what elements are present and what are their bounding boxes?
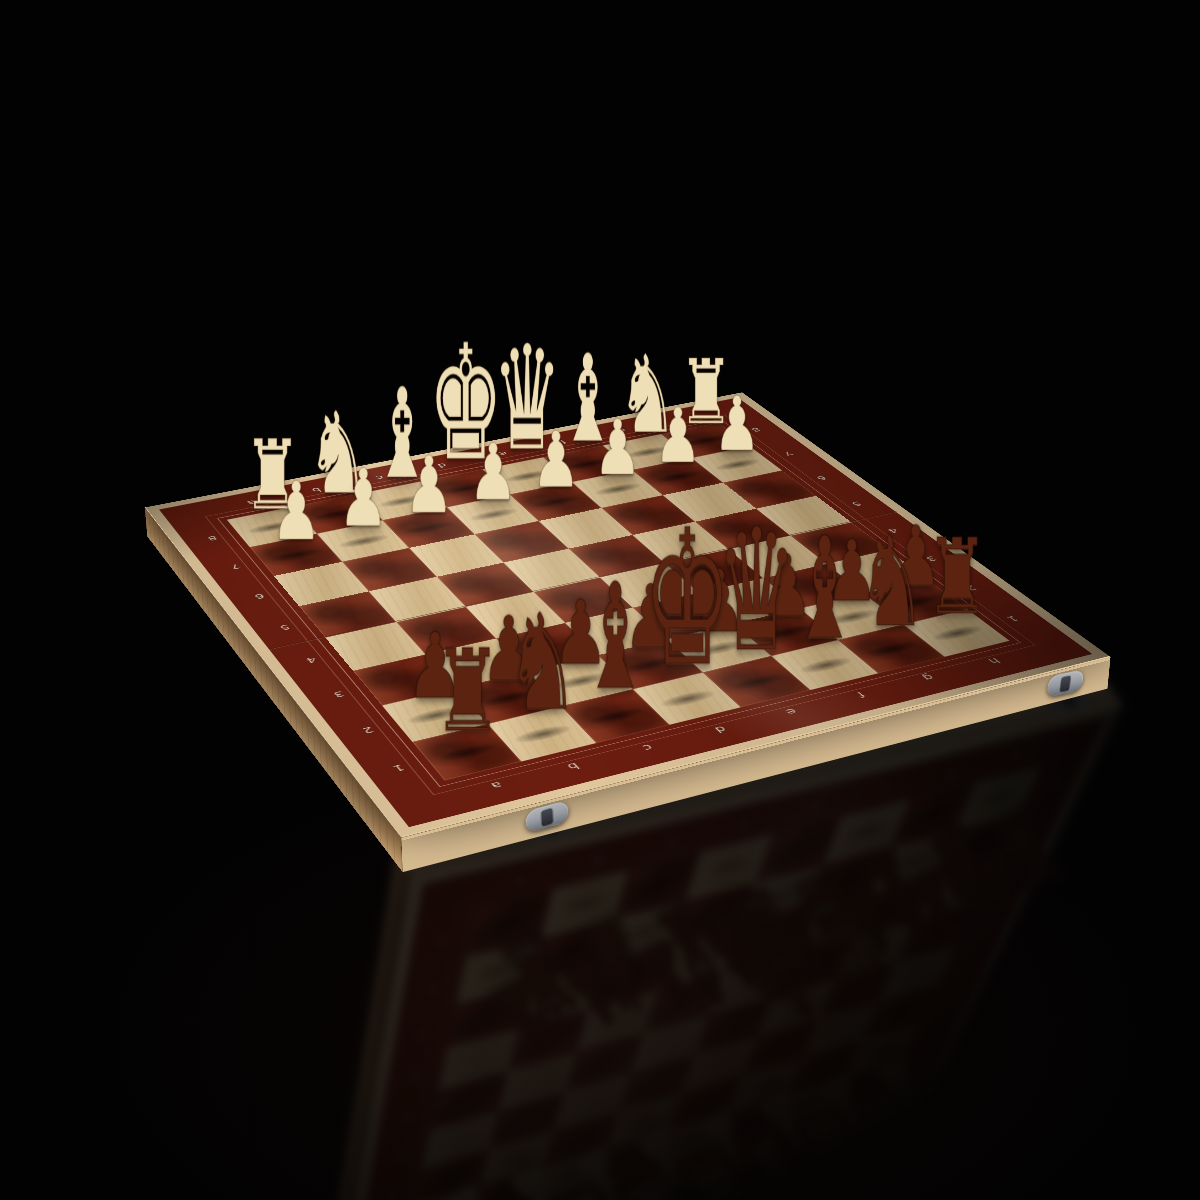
rank-label-1-right: 1	[1004, 615, 1020, 623]
dark-knight-g1: ♞	[852, 513, 930, 648]
rank-label-1-left: 1	[391, 763, 407, 773]
white-pawn-a7: ♟	[268, 467, 324, 554]
dark-knight-b1: ♞	[500, 590, 583, 734]
file-label-d-front: d	[712, 725, 728, 734]
dark-rook-a1: ♜	[428, 629, 505, 751]
rank-label-3-left: 3	[332, 690, 347, 699]
file-label-b-front: b	[565, 762, 581, 772]
product-photo: ♜♞♝♚♛♝♞♜♟♟♟♟♟♟♟♟♟♟♟♟♟♟♟♟♜♞♝♚♛♝♞♜ aabbccd…	[0, 0, 1200, 1200]
white-pawn-h7: ♟	[710, 383, 762, 464]
white-pawn-g7: ♟	[651, 395, 704, 477]
stage: ♜♞♝♚♛♝♞♜♟♟♟♟♟♟♟♟♟♟♟♟♟♟♟♟♜♞♝♚♛♝♞♜ aabbccd…	[0, 0, 1200, 1200]
rank-label-5-left: 5	[278, 623, 292, 631]
rank-label-4-left: 4	[304, 656, 318, 664]
file-label-c-front: c	[640, 743, 655, 752]
rank-label-6-right: 6	[815, 475, 829, 481]
rank-label-6-left: 6	[253, 592, 266, 600]
white-pawn-f7: ♟	[590, 406, 643, 489]
white-pawn-d7: ♟	[465, 430, 520, 514]
rank-label-2-left: 2	[360, 725, 375, 734]
rank-label-7-left: 7	[229, 563, 242, 570]
file-label-a-front: a	[488, 781, 504, 791]
file-label-e-front: e	[783, 707, 799, 716]
file-label-g-front: g	[920, 673, 936, 682]
board-top-surface: ♜♞♝♚♛♝♞♜♟♟♟♟♟♟♟♟♟♟♟♟♟♟♟♟♜♞♝♚♛♝♞♜ aabbccd…	[145, 392, 1111, 837]
file-label-h-front: h	[986, 657, 1002, 665]
file-label-f-front: f	[854, 691, 867, 699]
dark-rook-h1: ♜	[921, 520, 992, 633]
white-pawn-b7: ♟	[335, 455, 391, 541]
rank-label-7-right: 7	[781, 450, 794, 456]
chess-board: ♜♞♝♚♛♝♞♜♟♟♟♟♟♟♟♟♟♟♟♟♟♟♟♟♜♞♝♚♛♝♞♜ aabbccd…	[145, 392, 1111, 837]
rank-label-8-left: 8	[206, 535, 219, 542]
dark-bishop-c1: ♝	[577, 558, 653, 716]
white-pawn-c7: ♟	[401, 442, 456, 527]
latch-icon	[1044, 666, 1086, 700]
chess-set-scene: ♜♞♝♚♛♝♞♜♟♟♟♟♟♟♟♟♟♟♟♟♟♟♟♟♜♞♝♚♛♝♞♜ aabbccd…	[0, 0, 1200, 1200]
white-pawn-e7: ♟	[529, 418, 583, 501]
